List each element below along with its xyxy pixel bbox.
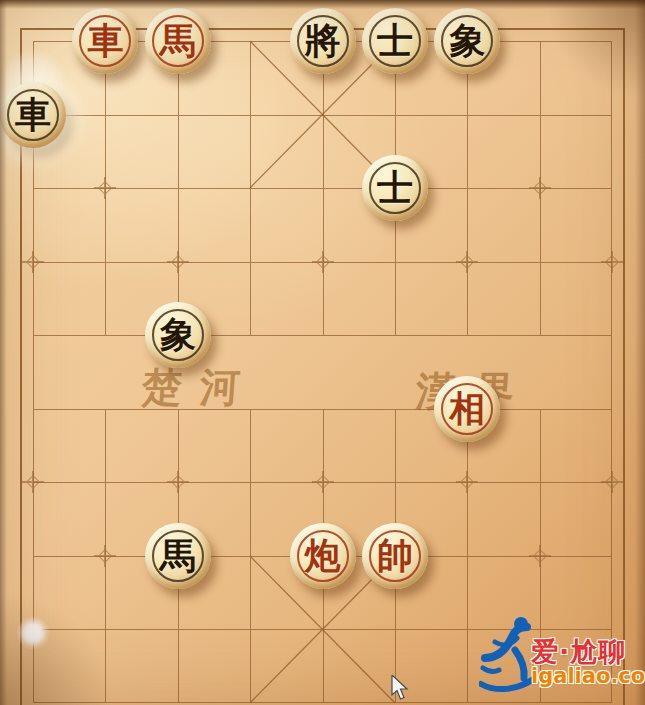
board-cell [540,262,612,336]
piece-character: 相 [449,391,485,427]
piece-character: 象 [160,317,196,353]
piece-character: 炮 [305,538,341,574]
star-point-marker [94,545,116,567]
last-move-marker [16,616,50,650]
piece-character: 象 [449,23,485,59]
mouse-cursor [391,675,413,701]
star-point-marker [456,251,478,273]
piece-character: 車 [15,97,51,133]
board-cell [250,262,322,336]
black-advisor-piece[interactable]: 士 [362,155,428,221]
red-chariot-piece[interactable]: 車 [72,8,138,74]
star-point-marker [601,251,623,273]
star-point-marker [94,177,116,199]
board-cell [323,629,395,703]
board-cell [467,262,539,336]
board-cell [250,629,322,703]
piece-character: 士 [377,23,413,59]
board-cell [33,335,105,409]
red-elephant-piece[interactable]: 相 [434,376,500,442]
black-elephant-piece[interactable]: 象 [145,302,211,368]
black-general-piece[interactable]: 將 [290,8,356,74]
star-point-marker [167,251,189,273]
river-label-left: 楚河 [140,360,260,415]
board-cell [105,629,177,703]
board-cell [323,262,395,336]
star-point-marker [22,471,44,493]
watermark-logo-icon [479,612,539,697]
star-point-marker [167,471,189,493]
black-advisor-piece[interactable]: 士 [362,8,428,74]
piece-character: 將 [305,23,341,59]
piece-character: 馬 [160,23,196,59]
star-point-marker [312,251,334,273]
red-cannon-piece[interactable]: 炮 [290,523,356,589]
piece-character: 帥 [377,538,413,574]
black-chariot-piece[interactable]: 車 [0,82,66,148]
board-cell [323,335,395,409]
star-point-marker [529,545,551,567]
board-cell [395,262,467,336]
board-cell [250,335,322,409]
board-cell [178,115,250,189]
piece-character: 士 [377,170,413,206]
watermark: 爱·尬聊 igaliao.com [479,612,645,702]
star-point-marker [22,251,44,273]
red-general-piece[interactable]: 帥 [362,523,428,589]
board-cell [250,115,322,189]
board-cell [540,335,612,409]
xiangqi-game-screen: 楚河 漢界 車馬將士象車士象相馬炮帥 爱·尬聊 igaliao.com [0,0,645,705]
piece-character: 車 [87,23,123,59]
star-point-marker [312,471,334,493]
red-horse-piece[interactable]: 馬 [145,8,211,74]
piece-character: 馬 [160,538,196,574]
board-cell [540,41,612,115]
black-horse-piece[interactable]: 馬 [145,523,211,589]
star-point-marker [529,177,551,199]
watermark-url: igaliao.com [531,664,645,688]
board-cell [33,262,105,336]
black-elephant-piece[interactable]: 象 [434,8,500,74]
star-point-marker [456,471,478,493]
board-cell [33,556,105,630]
star-point-marker [601,471,623,493]
board-cell [178,629,250,703]
